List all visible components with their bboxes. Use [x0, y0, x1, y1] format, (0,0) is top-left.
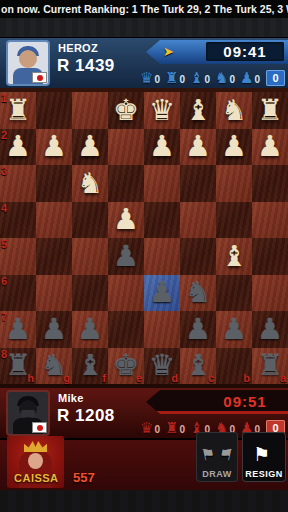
score-badge: 0 [266, 70, 285, 86]
rank-label-3: 3 [1, 165, 7, 177]
captured-pawn-count: 0 [254, 73, 260, 86]
captured-queen-count: 0 [154, 423, 160, 436]
white-knight-f3: ♞ [72, 165, 108, 202]
black-knight-c6: ♞ [180, 275, 216, 312]
white-pawn-a2: ♟ [252, 129, 288, 166]
square-e2[interactable] [108, 129, 144, 166]
rank-label-8: 8 [1, 348, 7, 360]
captured-rook-icon: ♜0 [165, 420, 185, 436]
square-f8[interactable]: ♝f [72, 348, 108, 385]
square-g5[interactable] [36, 238, 72, 275]
square-b3[interactable] [216, 165, 252, 202]
square-b1[interactable]: ♞ [216, 92, 252, 129]
bottom-player-name: Mike [58, 392, 84, 404]
white-rook-a1: ♜ [252, 92, 288, 129]
captured-queen-icon: ♛0 [140, 420, 160, 436]
japan-flag-icon [32, 72, 47, 83]
square-h5[interactable]: 5 [0, 238, 36, 275]
file-label-f: f [102, 372, 106, 384]
top-captured-pieces: ♛0♜0♝0♞0♟00 [136, 69, 285, 87]
square-e1[interactable]: ♚ [108, 92, 144, 129]
white-king-e1: ♚ [108, 92, 144, 129]
square-g1[interactable] [36, 92, 72, 129]
captured-knight-count: 0 [229, 73, 235, 86]
footer-empty-strip [0, 490, 288, 512]
top-player-bar: HEROZ R 1439 ➤ 09:41 ♛0♜0♝0♞0♟00 [0, 38, 288, 88]
square-c4[interactable] [180, 202, 216, 239]
square-e5[interactable]: ♟ [108, 238, 144, 275]
captured-rook-count: 0 [179, 73, 185, 86]
file-label-c: c [208, 372, 214, 384]
black-pawn-c7: ♟ [180, 311, 216, 348]
square-b8[interactable]: b [216, 348, 252, 385]
rank-label-7: 7 [1, 311, 7, 323]
square-a2[interactable]: ♟ [252, 129, 288, 166]
square-e3[interactable] [108, 165, 144, 202]
bottom-player-avatar [6, 390, 50, 436]
square-g3[interactable] [36, 165, 72, 202]
square-a1[interactable]: ♜ [252, 92, 288, 129]
square-c3[interactable] [180, 165, 216, 202]
square-a6[interactable] [252, 275, 288, 312]
white-bishop-c1: ♝ [180, 92, 216, 129]
japan-flag-icon [32, 422, 47, 433]
square-c7[interactable]: ♟ [180, 311, 216, 348]
white-pawn-b2: ♟ [216, 129, 252, 166]
top-player-clock: 09:41 [206, 42, 284, 61]
white-pawn-g2: ♟ [36, 129, 72, 166]
black-pawn-a7: ♟ [252, 311, 288, 348]
captured-queen-icon: ♛0 [140, 70, 160, 86]
resign-button[interactable]: ⚑ RESIGN [242, 432, 286, 482]
square-f5[interactable] [72, 238, 108, 275]
rank-label-2: 2 [1, 129, 7, 141]
white-pawn-c2: ♟ [180, 129, 216, 166]
square-e4[interactable]: ♟ [108, 202, 144, 239]
square-a5[interactable] [252, 238, 288, 275]
square-g7[interactable]: ♟ [36, 311, 72, 348]
square-e8[interactable]: ♚e [108, 348, 144, 385]
white-bishop-b5: ♝ [216, 238, 252, 275]
captured-knight-icon: ♞0 [215, 70, 235, 86]
caissa-face [28, 453, 43, 469]
file-label-a: a [280, 372, 286, 384]
square-d8[interactable]: ♛d [144, 348, 180, 385]
square-b2[interactable]: ♟ [216, 129, 252, 166]
square-b4[interactable] [216, 202, 252, 239]
square-c5[interactable] [180, 238, 216, 275]
square-c1[interactable]: ♝ [180, 92, 216, 129]
captured-rook-count: 0 [179, 423, 185, 436]
square-h7[interactable]: ♟7 [0, 311, 36, 348]
turn-indicator-arrow-icon: ➤ [163, 44, 174, 59]
square-a3[interactable] [252, 165, 288, 202]
draw-button[interactable]: ⚑⚑ DRAW [196, 432, 238, 482]
captured-pawn-icon: ♟0 [240, 70, 260, 86]
top-player-rating: R 1439 [57, 56, 115, 76]
black-pawn-g7: ♟ [36, 311, 72, 348]
square-d4[interactable] [144, 202, 180, 239]
black-pawn-b7: ♟ [216, 311, 252, 348]
square-f1[interactable] [72, 92, 108, 129]
black-pawn-e5: ♟ [108, 238, 144, 275]
square-d3[interactable] [144, 165, 180, 202]
square-d7[interactable] [144, 311, 180, 348]
avatar-head [19, 50, 37, 68]
square-f6[interactable] [72, 275, 108, 312]
top-player-avatar [6, 40, 50, 86]
square-d6[interactable]: ♟ [144, 275, 180, 312]
white-knight-b1: ♞ [216, 92, 252, 129]
white-flag-icon: ⚑ [242, 443, 286, 469]
square-h6[interactable]: 6 [0, 275, 36, 312]
square-h1[interactable]: ♜1 [0, 92, 36, 129]
square-a8[interactable]: ♜a [252, 348, 288, 385]
square-f7[interactable]: ♟ [72, 311, 108, 348]
caissa-points: 557 [73, 470, 95, 485]
board-frame: ♜1♚♛♝♞♜♟2♟♟♟♟♟♟3♞4♟5♟♝6♟♞♟7♟♟♟♟♟♜8h♞g♝f♚… [0, 88, 288, 388]
file-label-b: b [243, 372, 250, 384]
resign-button-label: RESIGN [245, 469, 283, 479]
black-pawn-d6: ♟ [144, 275, 180, 312]
square-g2[interactable]: ♟ [36, 129, 72, 166]
bottom-player-rating: R 1208 [57, 406, 115, 426]
avatar-mask [21, 410, 35, 417]
square-d2[interactable]: ♟ [144, 129, 180, 166]
square-d1[interactable]: ♛ [144, 92, 180, 129]
square-h2[interactable]: ♟2 [0, 129, 36, 166]
top-clock-banner: ➤ 09:41 [146, 40, 288, 64]
chess-app-screen: on now. Current Ranking: 1 The Turk 29, … [0, 0, 288, 512]
square-a7[interactable]: ♟ [252, 311, 288, 348]
square-b6[interactable] [216, 275, 252, 312]
chess-board: ♜1♚♛♝♞♜♟2♟♟♟♟♟♟3♞4♟5♟♝6♟♞♟7♟♟♟♟♟♜8h♞g♝f♚… [0, 92, 288, 384]
top-player-name: HEROZ [58, 42, 98, 54]
square-c6[interactable]: ♞ [180, 275, 216, 312]
captured-rook-icon: ♜0 [165, 70, 185, 86]
news-ticker: on now. Current Ranking: 1 The Turk 29, … [0, 0, 288, 18]
square-h4[interactable]: 4 [0, 202, 36, 239]
draw-button-label: DRAW [202, 469, 232, 479]
captured-queen-count: 0 [154, 73, 160, 86]
square-f3[interactable]: ♞ [72, 165, 108, 202]
rank-label-1: 1 [1, 92, 7, 104]
square-e6[interactable] [108, 275, 144, 312]
square-d5[interactable] [144, 238, 180, 275]
crossed-flags-icon: ⚑⚑ [196, 443, 238, 469]
bottom-player-clock: 09:51 [206, 392, 284, 411]
top-divider-strip [0, 18, 288, 38]
square-g8[interactable]: ♞g [36, 348, 72, 385]
white-queen-d1: ♛ [144, 92, 180, 129]
square-h8[interactable]: ♜8h [0, 348, 36, 385]
square-f4[interactable] [72, 202, 108, 239]
square-b5[interactable]: ♝ [216, 238, 252, 275]
file-label-d: d [171, 372, 178, 384]
rank-label-4: 4 [1, 202, 7, 214]
bottom-clock-banner: 09:51 [146, 390, 288, 414]
white-pawn-f2: ♟ [72, 129, 108, 166]
captured-bishop-count: 0 [204, 73, 210, 86]
file-label-e: e [136, 372, 142, 384]
white-pawn-e4: ♟ [108, 202, 144, 239]
square-g4[interactable] [36, 202, 72, 239]
bottom-action-panel: CAISSA 557 ⚑⚑ DRAW ⚑ RESIGN [0, 440, 288, 490]
square-e7[interactable] [108, 311, 144, 348]
square-b7[interactable]: ♟ [216, 311, 252, 348]
rank-label-6: 6 [1, 275, 7, 287]
bottom-player-bar: Mike R 1208 09:51 ♛0♜0♝0♞0♟00 [0, 388, 288, 438]
square-h3[interactable]: 3 [0, 165, 36, 202]
crown-icon [24, 441, 47, 452]
caissa-name: CAISSA [14, 472, 59, 484]
square-c2[interactable]: ♟ [180, 129, 216, 166]
white-pawn-d2: ♟ [144, 129, 180, 166]
square-c8[interactable]: ♝c [180, 348, 216, 385]
file-label-h: h [27, 372, 34, 384]
black-pawn-f7: ♟ [72, 311, 108, 348]
file-label-g: g [63, 372, 70, 384]
square-g6[interactable] [36, 275, 72, 312]
rank-label-5: 5 [1, 238, 7, 250]
captured-bishop-icon: ♝0 [190, 70, 210, 86]
square-f2[interactable]: ♟ [72, 129, 108, 166]
square-a4[interactable] [252, 202, 288, 239]
